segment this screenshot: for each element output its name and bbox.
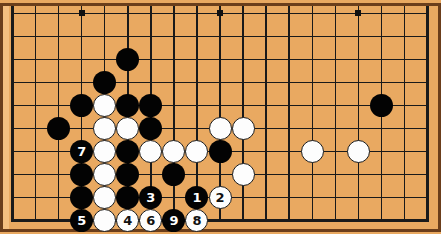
star-point-K10 (217, 10, 223, 16)
stone-white-E4 (93, 140, 116, 163)
grid-vline-col-3 (58, 6, 60, 222)
grid-vline-col-19 (426, 6, 429, 222)
stone-white-Q4 (347, 140, 370, 163)
stone-white-G1-move-6: 6 (139, 209, 162, 232)
grid-hline-row-3 (11, 59, 429, 61)
stone-white-E6 (93, 94, 116, 117)
stone-black-D4-move-7: 7 (70, 140, 93, 163)
stone-black-D2 (70, 186, 93, 209)
stone-black-E7 (93, 71, 116, 94)
board-bevel-highlight (3, 6, 9, 229)
stone-black-G5 (139, 117, 162, 140)
grid-vline-col-8 (173, 6, 175, 222)
grid-hline-row-4 (11, 82, 429, 84)
star-point-D10 (79, 10, 85, 16)
stone-black-D3 (70, 163, 93, 186)
stone-white-E2 (93, 186, 116, 209)
stone-black-F8 (116, 48, 139, 71)
grid-vline-col-1 (11, 6, 14, 222)
stone-white-G4 (139, 140, 162, 163)
stone-white-F5 (116, 117, 139, 140)
stone-black-C5 (47, 117, 70, 140)
stone-black-K4 (209, 140, 232, 163)
stone-white-F1-move-4: 4 (116, 209, 139, 232)
grid-vline-col-14 (312, 6, 314, 222)
stone-black-D1-move-5: 5 (70, 209, 93, 232)
grid-vline-col-12 (265, 6, 267, 222)
stone-white-L3 (232, 163, 255, 186)
grid-vline-col-11 (242, 6, 244, 222)
stone-white-E3 (93, 163, 116, 186)
grid-vline-col-18 (404, 6, 406, 222)
go-board-diagram: 731254698 (0, 0, 441, 234)
stone-black-F2 (116, 186, 139, 209)
stone-black-F3 (116, 163, 139, 186)
star-point-Q10 (355, 10, 361, 16)
grid-hline-row-2 (11, 36, 429, 38)
stone-black-D6 (70, 94, 93, 117)
stone-white-K5 (209, 117, 232, 140)
stone-white-L5 (232, 117, 255, 140)
stone-black-G2-move-3: 3 (139, 186, 162, 209)
grid-vline-col-16 (358, 6, 360, 222)
stone-white-K2-move-2: 2 (209, 186, 232, 209)
stone-white-O4 (301, 140, 324, 163)
stone-white-E1 (93, 209, 116, 232)
grid-vline-col-15 (335, 6, 337, 222)
stone-black-R6 (370, 94, 393, 117)
stone-white-E5 (93, 117, 116, 140)
grid-vline-col-2 (35, 6, 37, 222)
grid-vline-col-13 (288, 6, 290, 222)
stone-black-F6 (116, 94, 139, 117)
stone-black-F4 (116, 140, 139, 163)
stone-black-G6 (139, 94, 162, 117)
